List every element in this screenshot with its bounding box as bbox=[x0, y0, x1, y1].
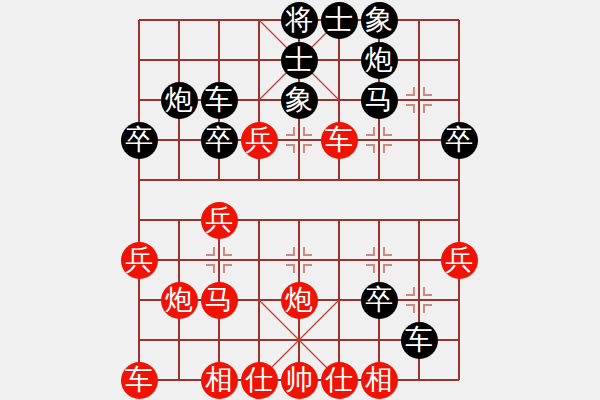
piece-black-chariot[interactable]: 车 bbox=[401, 322, 438, 359]
piece-black-elephant[interactable]: 象 bbox=[361, 2, 398, 39]
piece-red-horse[interactable]: 马 bbox=[201, 282, 238, 319]
piece-red-cannon[interactable]: 炮 bbox=[281, 282, 318, 319]
piece-red-pawn[interactable]: 兵 bbox=[201, 202, 238, 239]
piece-red-pawn[interactable]: 兵 bbox=[121, 242, 158, 279]
piece-black-cannon[interactable]: 炮 bbox=[161, 82, 198, 119]
xiangqi-board: 将士象士炮炮车象马卒卒兵车卒兵兵兵炮马炮卒车车相仕帅仕相 bbox=[0, 0, 600, 400]
piece-red-advisor[interactable]: 仕 bbox=[321, 362, 358, 399]
piece-black-advisor[interactable]: 士 bbox=[281, 42, 318, 79]
piece-red-elephant[interactable]: 相 bbox=[361, 362, 398, 399]
piece-red-general[interactable]: 帅 bbox=[281, 362, 318, 399]
piece-red-chariot[interactable]: 车 bbox=[321, 122, 358, 159]
piece-black-pawn[interactable]: 卒 bbox=[201, 122, 238, 159]
piece-black-elephant[interactable]: 象 bbox=[281, 82, 318, 119]
pieces-layer: 将士象士炮炮车象马卒卒兵车卒兵兵兵炮马炮卒车车相仕帅仕相 bbox=[0, 0, 600, 400]
piece-black-chariot[interactable]: 车 bbox=[201, 82, 238, 119]
piece-black-horse[interactable]: 马 bbox=[361, 82, 398, 119]
piece-black-advisor[interactable]: 士 bbox=[321, 2, 358, 39]
piece-red-pawn[interactable]: 兵 bbox=[241, 122, 278, 159]
piece-black-pawn[interactable]: 卒 bbox=[361, 282, 398, 319]
piece-black-pawn[interactable]: 卒 bbox=[121, 122, 158, 159]
piece-red-cannon[interactable]: 炮 bbox=[161, 282, 198, 319]
piece-red-pawn[interactable]: 兵 bbox=[441, 242, 478, 279]
piece-red-advisor[interactable]: 仕 bbox=[241, 362, 278, 399]
piece-black-pawn[interactable]: 卒 bbox=[441, 122, 478, 159]
piece-black-general[interactable]: 将 bbox=[281, 2, 318, 39]
piece-red-chariot[interactable]: 车 bbox=[121, 362, 158, 399]
piece-red-elephant[interactable]: 相 bbox=[201, 362, 238, 399]
piece-black-cannon[interactable]: 炮 bbox=[361, 42, 398, 79]
